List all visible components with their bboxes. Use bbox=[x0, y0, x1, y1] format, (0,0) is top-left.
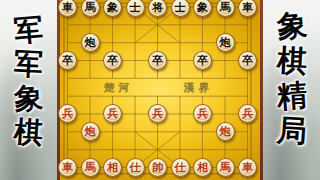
piece-black-advisor[interactable]: 士 bbox=[126, 0, 145, 17]
piece-red-advisor[interactable]: 仕 bbox=[171, 158, 190, 177]
piece-black-soldier[interactable]: 卒 bbox=[148, 51, 167, 70]
piece-red-cannon[interactable]: 炮 bbox=[81, 122, 100, 141]
piece-red-horse[interactable]: 馬 bbox=[81, 158, 100, 177]
piece-red-chariot[interactable]: 車 bbox=[58, 158, 77, 177]
left-title-char-4: 棋 bbox=[13, 114, 44, 150]
piece-black-horse[interactable]: 馬 bbox=[216, 0, 235, 17]
piece-black-elephant[interactable]: 象 bbox=[103, 0, 122, 17]
piece-black-soldier[interactable]: 卒 bbox=[103, 51, 122, 70]
right-title-char-3: 精 bbox=[275, 77, 307, 114]
piece-red-soldier[interactable]: 兵 bbox=[148, 104, 167, 123]
piece-red-general[interactable]: 帥 bbox=[148, 158, 167, 177]
right-title-char-2: 棋 bbox=[276, 42, 308, 79]
right-title-char-4: 局 bbox=[275, 112, 307, 149]
piece-black-elephant[interactable]: 象 bbox=[193, 0, 212, 17]
piece-red-horse[interactable]: 馬 bbox=[216, 158, 235, 177]
piece-red-elephant[interactable]: 相 bbox=[193, 158, 212, 177]
piece-black-chariot[interactable]: 車 bbox=[58, 0, 77, 17]
piece-black-horse[interactable]: 馬 bbox=[81, 0, 100, 17]
piece-red-soldier[interactable]: 兵 bbox=[193, 104, 212, 123]
piece-red-chariot[interactable]: 車 bbox=[238, 158, 257, 177]
xiangqi-video-thumbnail: 军 军 象 棋 bbox=[0, 0, 320, 180]
piece-black-general[interactable]: 将 bbox=[148, 0, 167, 17]
piece-red-cannon[interactable]: 炮 bbox=[216, 122, 235, 141]
piece-black-chariot[interactable]: 車 bbox=[238, 0, 257, 17]
piece-red-elephant[interactable]: 相 bbox=[103, 158, 122, 177]
piece-black-soldier[interactable]: 卒 bbox=[193, 51, 212, 70]
left-title-panel: 军 军 象 棋 bbox=[0, 0, 57, 180]
piece-black-soldier[interactable]: 卒 bbox=[238, 51, 257, 70]
piece-black-cannon[interactable]: 炮 bbox=[81, 33, 100, 52]
left-title-char-1: 军 bbox=[13, 12, 45, 48]
right-title-panel: 象 棋 精 局 bbox=[263, 0, 320, 180]
piece-black-advisor[interactable]: 士 bbox=[171, 0, 190, 17]
piece-red-soldier[interactable]: 兵 bbox=[58, 104, 77, 123]
piece-red-soldier[interactable]: 兵 bbox=[103, 104, 122, 123]
piece-red-advisor[interactable]: 仕 bbox=[126, 158, 145, 177]
piece-red-soldier[interactable]: 兵 bbox=[238, 104, 257, 123]
right-title-char-1: 象 bbox=[275, 7, 308, 44]
xiangqi-board: 楚河 漢界 車馬象士将士象馬車炮炮卒卒卒卒卒兵兵兵兵兵炮炮車馬相仕帥仕相馬車 bbox=[57, 0, 263, 180]
pieces-layer: 車馬象士将士象馬車炮炮卒卒卒卒卒兵兵兵兵兵炮炮車馬相仕帥仕相馬車 bbox=[57, 0, 259, 176]
piece-black-soldier[interactable]: 卒 bbox=[58, 51, 77, 70]
left-title-char-3: 象 bbox=[13, 80, 44, 116]
piece-black-cannon[interactable]: 炮 bbox=[216, 33, 235, 52]
left-title-char-2: 军 bbox=[13, 46, 44, 81]
